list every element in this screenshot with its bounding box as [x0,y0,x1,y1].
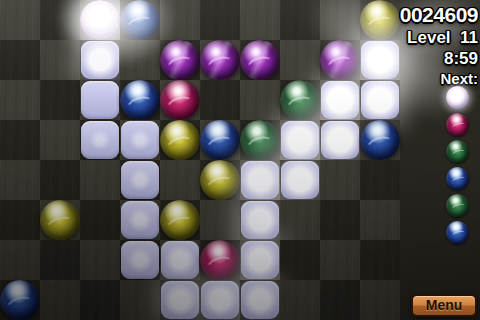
level-display: Level 11 [348,27,478,48]
square-glow [121,121,159,159]
board-cell[interactable] [160,280,200,320]
board-cell[interactable] [160,200,200,240]
yellow-marble[interactable] [200,160,240,200]
board-cell[interactable] [0,280,40,320]
board-cell[interactable] [120,280,160,320]
path-square[interactable] [121,241,159,279]
board-cell[interactable] [120,120,160,160]
path-square[interactable] [81,81,119,119]
board-cell[interactable] [240,80,280,120]
board-cell[interactable] [240,280,280,320]
board-cell[interactable] [360,120,400,160]
board-cell[interactable] [40,200,80,240]
board-cell[interactable] [240,0,280,40]
board-cell[interactable] [280,160,320,200]
game-screen: 0024609 Level 11 8:59 Next: Menu [0,0,480,320]
square-glow [81,121,119,159]
board-cell[interactable] [40,240,80,280]
board-cell[interactable] [360,240,400,280]
board-cell[interactable] [40,40,80,80]
square-glow [81,41,119,79]
board-cell[interactable] [280,280,320,320]
board-cell[interactable] [40,120,80,160]
purple-marble[interactable] [200,40,240,80]
board-cell[interactable] [320,120,360,160]
blue-marble[interactable] [120,80,160,120]
crimson-marble[interactable] [160,80,200,120]
blue-marble[interactable] [360,120,400,160]
score-display: 0024609 [348,2,478,27]
board-cell[interactable] [200,280,240,320]
path-square[interactable] [121,161,159,199]
board-cell[interactable] [280,0,320,40]
next-marble-blue [446,167,469,190]
path-square[interactable] [201,281,239,319]
board-cell[interactable] [280,80,320,120]
path-square[interactable] [321,121,359,159]
white-marble[interactable] [80,0,120,40]
board-cell[interactable] [80,80,120,120]
board-cell[interactable] [80,240,120,280]
square-glow [121,161,159,199]
board-cell[interactable] [240,120,280,160]
square-glow [241,241,279,279]
board-cell[interactable] [320,160,360,200]
board-cell[interactable] [120,160,160,200]
yellow-marble[interactable] [160,200,200,240]
board-cell[interactable] [40,0,80,40]
board-cell[interactable] [40,160,80,200]
board-cell[interactable] [160,240,200,280]
square-glow [201,281,239,319]
square-glow [161,281,199,319]
green-marble[interactable] [240,120,280,160]
board-cell[interactable] [40,80,80,120]
yellow-marble[interactable] [40,200,80,240]
board-cell[interactable] [80,120,120,160]
board-cell[interactable] [80,160,120,200]
board-cell[interactable] [320,200,360,240]
board-cell[interactable] [160,120,200,160]
next-queue [446,86,469,244]
square-glow [281,121,319,159]
board-cell[interactable] [360,200,400,240]
board-cell[interactable] [280,120,320,160]
blue-marble[interactable] [120,0,160,40]
board-cell[interactable] [120,0,160,40]
path-square[interactable] [121,121,159,159]
board-cell[interactable] [160,0,200,40]
path-square[interactable] [281,161,319,199]
board-cell[interactable] [0,160,40,200]
square-glow [321,121,359,159]
path-square[interactable] [81,121,119,159]
path-square[interactable] [161,241,199,279]
board-cell[interactable] [120,40,160,80]
next-marble-green [446,140,469,163]
board-cell[interactable] [200,120,240,160]
board-cell[interactable] [40,280,80,320]
board-cell[interactable] [240,160,280,200]
path-square[interactable] [241,161,279,199]
board-cell[interactable] [360,280,400,320]
next-marble-blue [446,221,469,244]
purple-marble[interactable] [160,40,200,80]
next-marble-green [446,194,469,217]
board-cell[interactable] [160,80,200,120]
board-cell[interactable] [80,40,120,80]
path-square[interactable] [241,241,279,279]
path-square[interactable] [281,121,319,159]
game-board [0,0,400,320]
board-cell[interactable] [0,120,40,160]
board-cell[interactable] [80,200,120,240]
board-cell[interactable] [200,80,240,120]
board-cell[interactable] [200,200,240,240]
board-cell[interactable] [280,240,320,280]
path-square[interactable] [241,201,279,239]
board-cell[interactable] [240,200,280,240]
next-marble-white [446,86,469,109]
path-square[interactable] [161,281,199,319]
path-square[interactable] [121,201,159,239]
path-square[interactable] [241,281,279,319]
next-marble-crimson [446,113,469,136]
board-cell[interactable] [160,40,200,80]
board-cell[interactable] [320,280,360,320]
sidebar: 0024609 Level 11 8:59 Next: [348,2,478,88]
blue-marble[interactable] [0,280,40,320]
square-glow [241,281,279,319]
board-cell[interactable] [200,160,240,200]
square-glow [241,161,279,199]
green-marble[interactable] [280,80,320,120]
timer-display: 8:59 [348,48,478,69]
board-cell[interactable] [120,80,160,120]
square-glow [161,241,199,279]
board-cell[interactable] [200,40,240,80]
board-cell[interactable] [120,200,160,240]
yellow-marble[interactable] [160,120,200,160]
board-cell[interactable] [0,80,40,120]
board-cell[interactable] [320,240,360,280]
board-cell[interactable] [240,40,280,80]
board-cell[interactable] [80,0,120,40]
board-cell[interactable] [360,160,400,200]
blue-marble[interactable] [200,120,240,160]
square-glow [241,201,279,239]
board-cell[interactable] [160,160,200,200]
square-glow [121,201,159,239]
crimson-marble[interactable] [200,240,240,280]
board-cell[interactable] [0,40,40,80]
board-cell[interactable] [120,240,160,280]
square-glow [281,161,319,199]
path-square[interactable] [81,41,119,79]
board-cell[interactable] [280,40,320,80]
board-cell[interactable] [0,200,40,240]
board-cell[interactable] [280,200,320,240]
board-cell[interactable] [0,240,40,280]
purple-marble[interactable] [240,40,280,80]
board-cell[interactable] [240,240,280,280]
board-cell[interactable] [200,0,240,40]
board-cell[interactable] [0,0,40,40]
board-cell[interactable] [200,240,240,280]
menu-button[interactable]: Menu [411,294,477,317]
board-cell[interactable] [80,280,120,320]
square-glow [121,241,159,279]
